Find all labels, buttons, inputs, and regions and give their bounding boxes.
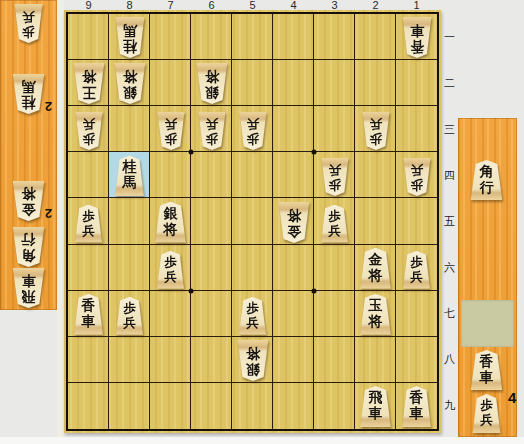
- rank-label-5: 五: [442, 198, 457, 244]
- piece-kanji: 香車: [82, 297, 96, 329]
- board-square-9-6[interactable]: [68, 245, 109, 291]
- board-square-8-6[interactable]: [109, 245, 150, 291]
- board-square-3-8[interactable]: [314, 337, 355, 383]
- file-label-3: 3: [314, 0, 355, 11]
- board-square-9-9[interactable]: [68, 383, 109, 429]
- piece-kanji: 歩兵: [480, 397, 493, 427]
- sente-hand-selected-empty-slot: [461, 300, 514, 347]
- piece-kanji: 歩兵: [328, 163, 341, 193]
- file-label-4: 4: [273, 0, 314, 11]
- piece-kanji: 飛車: [22, 273, 36, 305]
- board-square-8-9[interactable]: [109, 383, 150, 429]
- board-square-4-7[interactable]: [273, 291, 314, 337]
- piece-kanji: 桂馬: [123, 23, 137, 55]
- rank-label-8: 八: [442, 337, 457, 383]
- board-square-1-2[interactable]: [396, 60, 437, 106]
- board-square-1-3[interactable]: [396, 106, 437, 152]
- sente-piece-歩兵[interactable]: 歩兵: [471, 394, 502, 433]
- gote-piece-飛車[interactable]: 飛車: [11, 268, 46, 308]
- rank-label-6: 六: [442, 245, 457, 291]
- board-square-3-1[interactable]: [314, 14, 355, 60]
- board-square-3-6[interactable]: [314, 245, 355, 291]
- rank-label-3: 三: [442, 106, 457, 152]
- board-square-3-7[interactable]: [314, 291, 355, 337]
- gote-hand-count-金将: 2: [45, 206, 52, 221]
- board-square-4-9[interactable]: [273, 383, 314, 429]
- piece-kanji: 歩兵: [410, 163, 423, 193]
- piece-kanji: 金将: [22, 186, 36, 218]
- piece-kanji: 金将: [369, 251, 383, 283]
- piece-kanji: 王将: [82, 69, 96, 101]
- star-point: [189, 289, 194, 294]
- board-square-5-5[interactable]: [232, 198, 273, 244]
- piece-kanji: 桂馬: [22, 79, 36, 111]
- board-square-3-3[interactable]: [314, 106, 355, 152]
- file-label-5: 5: [232, 0, 273, 11]
- board-square-5-4[interactable]: [232, 152, 273, 198]
- piece-kanji: 歩兵: [410, 254, 423, 284]
- piece-kanji: 歩兵: [205, 117, 218, 147]
- piece-kanji: 歩兵: [164, 254, 177, 284]
- board-square-4-3[interactable]: [273, 106, 314, 152]
- file-labels: 987654321: [68, 0, 437, 11]
- tray-board-gap: [57, 0, 64, 437]
- file-label-9: 9: [68, 0, 109, 11]
- board-square-2-4[interactable]: [355, 152, 396, 198]
- board-square-3-9[interactable]: [314, 383, 355, 429]
- board-square-8-5[interactable]: [109, 198, 150, 244]
- board-square-2-5[interactable]: [355, 198, 396, 244]
- piece-kanji: 香車: [410, 23, 424, 55]
- piece-kanji: 歩兵: [123, 300, 136, 330]
- file-label-6: 6: [191, 0, 232, 11]
- piece-kanji: 銀将: [123, 69, 137, 101]
- rank-label-9: 九: [442, 383, 457, 429]
- bottom-strip: [0, 437, 524, 444]
- board-square-9-8[interactable]: [68, 337, 109, 383]
- sente-hand-count-歩兵: 4: [508, 389, 516, 406]
- board-square-1-5[interactable]: [396, 198, 437, 244]
- gote-piece-桂馬[interactable]: 桂馬: [11, 74, 46, 114]
- piece-kanji: 歩兵: [246, 117, 259, 147]
- board-grid: 桂馬香車王将銀将銀将歩兵歩兵歩兵歩兵歩兵桂馬歩兵歩兵歩兵銀将金将歩兵歩兵金将歩兵…: [66, 12, 439, 431]
- star-point: [312, 150, 317, 155]
- board-square-7-2[interactable]: [150, 60, 191, 106]
- board-square-4-6[interactable]: [273, 245, 314, 291]
- board-square-9-4[interactable]: [68, 152, 109, 198]
- board-square-4-2[interactable]: [273, 60, 314, 106]
- gote-piece-角行[interactable]: 角行: [11, 227, 46, 267]
- board-square-2-8[interactable]: [355, 337, 396, 383]
- piece-kanji: 飛車: [369, 389, 383, 421]
- board-square-1-8[interactable]: [396, 337, 437, 383]
- board-square-6-6[interactable]: [191, 245, 232, 291]
- board-square-2-2[interactable]: [355, 60, 396, 106]
- board-square-5-2[interactable]: [232, 60, 273, 106]
- rank-label-1: 一: [442, 14, 457, 60]
- star-point: [189, 150, 194, 155]
- gote-hand-tray: 歩兵桂馬2金将2角行飛車: [0, 0, 57, 310]
- piece-kanji: 歩兵: [328, 208, 341, 238]
- gote-hand-count-桂馬: 2: [45, 99, 52, 114]
- board-square-3-2[interactable]: [314, 60, 355, 106]
- rank-label-4: 四: [442, 152, 457, 198]
- piece-kanji: 歩兵: [22, 10, 35, 40]
- board-square-5-1[interactable]: [232, 14, 273, 60]
- board-square-6-4[interactable]: [191, 152, 232, 198]
- board-square-7-8[interactable]: [150, 337, 191, 383]
- board-square-7-4[interactable]: [150, 152, 191, 198]
- file-label-8: 8: [109, 0, 150, 11]
- rank-labels: 一二三四五六七八九: [442, 14, 457, 429]
- board-square-7-1[interactable]: [150, 14, 191, 60]
- piece-kanji: 歩兵: [164, 117, 177, 147]
- file-label-1: 1: [396, 0, 437, 11]
- rank-label-2: 二: [442, 60, 457, 106]
- piece-kanji: 金将: [287, 208, 301, 240]
- sente-piece-角行[interactable]: 角行: [469, 160, 504, 200]
- sente-hand-tray: 角行香車歩兵4: [458, 118, 517, 437]
- piece-kanji: 銀将: [246, 346, 260, 378]
- board-square-7-9[interactable]: [150, 383, 191, 429]
- piece-kanji: 桂馬: [123, 158, 137, 190]
- board-square-5-6[interactable]: [232, 245, 273, 291]
- board-square-6-9[interactable]: [191, 383, 232, 429]
- board-square-9-1[interactable]: [68, 14, 109, 60]
- gote-piece-金将[interactable]: 金将: [11, 181, 46, 221]
- board-square-4-4[interactable]: [273, 152, 314, 198]
- board-square-7-7[interactable]: [150, 291, 191, 337]
- shogi-app: 歩兵桂馬2金将2角行飛車 桂馬香車王将銀将銀将歩兵歩兵歩兵歩兵歩兵桂馬歩兵歩兵歩…: [0, 0, 524, 444]
- board-square-6-5[interactable]: [191, 198, 232, 244]
- piece-kanji: 歩兵: [246, 300, 259, 330]
- shogi-board: 桂馬香車王将銀将銀将歩兵歩兵歩兵歩兵歩兵桂馬歩兵歩兵歩兵銀将金将歩兵歩兵金将歩兵…: [64, 10, 441, 433]
- piece-kanji: 歩兵: [82, 208, 95, 238]
- board-square-4-8[interactable]: [273, 337, 314, 383]
- piece-kanji: 玉将: [369, 297, 383, 329]
- board-square-2-1[interactable]: [355, 14, 396, 60]
- board-square-8-3[interactable]: [109, 106, 150, 152]
- file-label-2: 2: [355, 0, 396, 11]
- board-square-6-7[interactable]: [191, 291, 232, 337]
- board-square-6-8[interactable]: [191, 337, 232, 383]
- piece-kanji: 歩兵: [82, 117, 95, 147]
- piece-kanji: 香車: [480, 353, 494, 385]
- board-square-4-1[interactable]: [273, 14, 314, 60]
- sente-piece-香車[interactable]: 香車: [469, 350, 504, 390]
- board-square-5-9[interactable]: [232, 383, 273, 429]
- file-label-7: 7: [150, 0, 191, 11]
- star-point: [312, 289, 317, 294]
- piece-kanji: 銀将: [164, 205, 178, 237]
- piece-kanji: 角行: [480, 163, 494, 195]
- board-square-1-7[interactable]: [396, 291, 437, 337]
- piece-kanji: 香車: [410, 389, 424, 421]
- board-square-8-8[interactable]: [109, 337, 150, 383]
- rank-label-7: 七: [442, 291, 457, 337]
- board-square-6-1[interactable]: [191, 14, 232, 60]
- piece-kanji: 銀将: [205, 69, 219, 101]
- gote-piece-歩兵[interactable]: 歩兵: [13, 4, 44, 43]
- piece-kanji: 角行: [22, 232, 36, 264]
- piece-kanji: 歩兵: [369, 117, 382, 147]
